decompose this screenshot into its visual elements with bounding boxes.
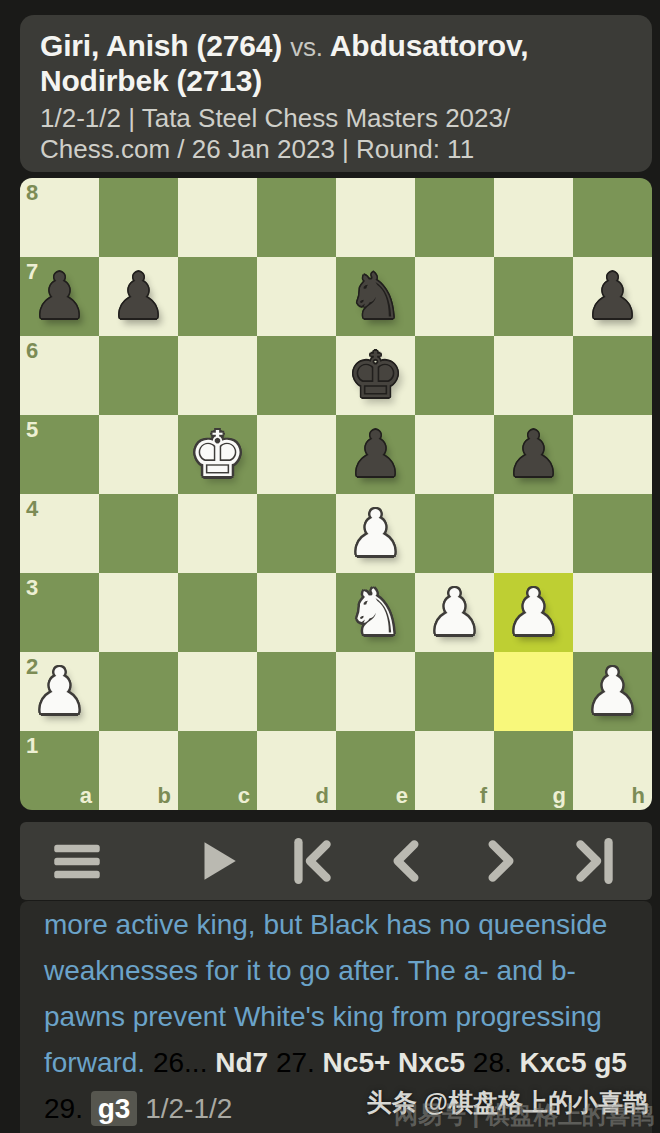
white-knight-e3[interactable]: ♞	[336, 573, 415, 652]
square-e8[interactable]	[336, 178, 415, 257]
square-c1[interactable]: c	[178, 731, 257, 810]
square-d3[interactable]	[257, 573, 336, 652]
square-a1[interactable]: 1a	[20, 731, 99, 810]
black-knight-e7[interactable]: ♞	[336, 257, 415, 336]
square-a4[interactable]: 4	[20, 494, 99, 573]
square-f4[interactable]	[415, 494, 494, 573]
square-g4[interactable]	[494, 494, 573, 573]
rank-label-5: 5	[26, 419, 38, 441]
menu-icon	[51, 835, 103, 887]
square-d6[interactable]	[257, 336, 336, 415]
square-d7[interactable]	[257, 257, 336, 336]
square-h7[interactable]: ♟	[573, 257, 652, 336]
square-c5[interactable]: ♚	[178, 415, 257, 494]
black-king-e6[interactable]: ♚	[336, 336, 415, 415]
square-b2[interactable]	[99, 652, 178, 731]
square-b3[interactable]	[99, 573, 178, 652]
square-f1[interactable]: f	[415, 731, 494, 810]
square-a3[interactable]: 3	[20, 573, 99, 652]
square-e7[interactable]: ♞	[336, 257, 415, 336]
white-player-name: Giri, Anish (2764)	[40, 29, 282, 62]
skip-end-icon	[570, 836, 620, 886]
analysis-text: more active king, but Black has no queen…	[20, 901, 652, 1133]
game-details-line2: Chess.com / 26 Jan 2023 | Round: 11	[40, 134, 634, 165]
menu-button[interactable]	[42, 830, 112, 892]
file-label-c: c	[238, 785, 250, 807]
move-number: 27.	[276, 1047, 315, 1078]
square-f3[interactable]: ♟	[415, 573, 494, 652]
move-number: 29.	[44, 1093, 83, 1124]
square-c2[interactable]	[178, 652, 257, 731]
black-pawn-h7[interactable]: ♟	[573, 257, 652, 336]
square-b4[interactable]	[99, 494, 178, 573]
screen: Giri, Anish (2764) vs. Abdusattorov, Nod…	[0, 0, 660, 1133]
square-h2[interactable]: ♟	[573, 652, 652, 731]
white-pawn-g3[interactable]: ♟	[494, 573, 573, 652]
play-button[interactable]	[182, 830, 252, 892]
square-e5[interactable]: ♟	[336, 415, 415, 494]
square-h3[interactable]	[573, 573, 652, 652]
chevron-right-icon	[476, 836, 526, 886]
square-b7[interactable]: ♟	[99, 257, 178, 336]
controls-bar	[20, 822, 652, 900]
previous-button[interactable]	[371, 830, 441, 892]
file-label-g: g	[553, 785, 566, 807]
square-d2[interactable]	[257, 652, 336, 731]
move[interactable]: Nxc5	[398, 1047, 465, 1078]
square-f5[interactable]	[415, 415, 494, 494]
square-a2[interactable]: 2♟	[20, 652, 99, 731]
square-c8[interactable]	[178, 178, 257, 257]
white-pawn-f3[interactable]: ♟	[415, 573, 494, 652]
square-f2[interactable]	[415, 652, 494, 731]
square-a5[interactable]: 5	[20, 415, 99, 494]
square-c6[interactable]	[178, 336, 257, 415]
move-number: 26...	[153, 1047, 207, 1078]
square-e2[interactable]	[336, 652, 415, 731]
square-b5[interactable]	[99, 415, 178, 494]
file-label-e: e	[396, 785, 408, 807]
square-d4[interactable]	[257, 494, 336, 573]
square-e6[interactable]: ♚	[336, 336, 415, 415]
black-pawn-b7[interactable]: ♟	[99, 257, 178, 336]
square-h1[interactable]: h	[573, 731, 652, 810]
play-icon	[192, 836, 242, 886]
square-a8[interactable]: 8	[20, 178, 99, 257]
square-b1[interactable]: b	[99, 731, 178, 810]
square-h6[interactable]	[573, 336, 652, 415]
black-pawn-a7[interactable]: ♟	[20, 257, 99, 336]
rank-label-6: 6	[26, 340, 38, 362]
file-label-f: f	[480, 785, 487, 807]
rank-label-4: 4	[26, 498, 38, 520]
result-text: 1/2-1/2	[145, 1093, 232, 1124]
white-king-c5[interactable]: ♚	[178, 415, 257, 494]
skip-start-icon	[287, 836, 337, 886]
square-d1[interactable]: d	[257, 731, 336, 810]
square-g2[interactable]	[494, 652, 573, 731]
move[interactable]: Kxc5	[520, 1047, 587, 1078]
square-f8[interactable]	[415, 178, 494, 257]
square-h8[interactable]	[573, 178, 652, 257]
square-h4[interactable]	[573, 494, 652, 573]
square-g7[interactable]	[494, 257, 573, 336]
square-h5[interactable]	[573, 415, 652, 494]
vs-label: vs.	[290, 32, 323, 62]
square-d5[interactable]	[257, 415, 336, 494]
white-pawn-h2[interactable]: ♟	[573, 652, 652, 731]
move[interactable]: Nc5+	[323, 1047, 391, 1078]
skip-to-end-button[interactable]	[560, 830, 630, 892]
black-pawn-g5[interactable]: ♟	[494, 415, 573, 494]
square-g6[interactable]	[494, 336, 573, 415]
square-f6[interactable]	[415, 336, 494, 415]
square-g1[interactable]: g	[494, 731, 573, 810]
game-details: 1/2-1/2 | Tata Steel Chess Masters 2023/…	[40, 103, 634, 165]
chevron-left-icon	[381, 836, 431, 886]
square-e3[interactable]: ♞	[336, 573, 415, 652]
square-d8[interactable]	[257, 178, 336, 257]
square-c4[interactable]	[178, 494, 257, 573]
square-c3[interactable]	[178, 573, 257, 652]
square-g5[interactable]: ♟	[494, 415, 573, 494]
skip-to-start-button[interactable]	[277, 830, 347, 892]
square-b6[interactable]	[99, 336, 178, 415]
rank-label-8: 8	[26, 182, 38, 204]
chess-board: 87♟♟♞♟6♚5♚♟♟4♟3♞♟♟2♟♟1abcdefgh	[20, 178, 652, 810]
square-b8[interactable]	[99, 178, 178, 257]
file-label-d: d	[316, 785, 329, 807]
white-pawn-e4[interactable]: ♟	[336, 494, 415, 573]
square-e1[interactable]: e	[336, 731, 415, 810]
square-f7[interactable]	[415, 257, 494, 336]
move[interactable]: g5	[594, 1047, 627, 1078]
game-details-line1: 1/2-1/2 | Tata Steel Chess Masters 2023/	[40, 103, 634, 134]
square-e4[interactable]: ♟	[336, 494, 415, 573]
square-a6[interactable]: 6	[20, 336, 99, 415]
game-title: Giri, Anish (2764) vs. Abdusattorov, Nod…	[40, 29, 634, 98]
next-button[interactable]	[466, 830, 536, 892]
square-g3[interactable]: ♟	[494, 573, 573, 652]
rank-label-1: 1	[26, 735, 38, 757]
move[interactable]: Nd7	[215, 1047, 268, 1078]
rank-label-3: 3	[26, 577, 38, 599]
file-label-h: h	[632, 785, 645, 807]
game-header: Giri, Anish (2764) vs. Abdusattorov, Nod…	[20, 15, 652, 172]
square-a7[interactable]: 7♟	[20, 257, 99, 336]
white-pawn-a2[interactable]: ♟	[20, 652, 99, 731]
square-g8[interactable]	[494, 178, 573, 257]
square-c7[interactable]	[178, 257, 257, 336]
move-current[interactable]: g3	[91, 1091, 138, 1126]
file-label-a: a	[80, 785, 92, 807]
file-label-b: b	[158, 785, 171, 807]
black-pawn-e5[interactable]: ♟	[336, 415, 415, 494]
move-number: 28.	[473, 1047, 512, 1078]
